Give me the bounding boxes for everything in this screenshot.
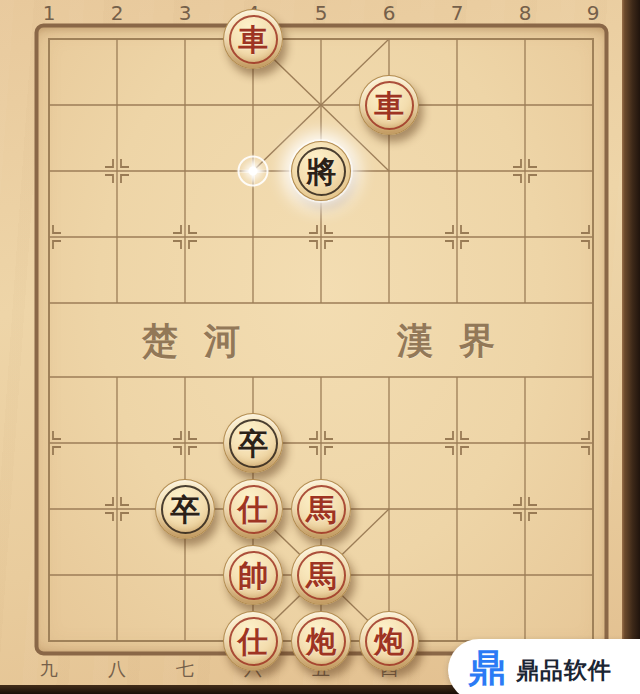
piece-red-advisor-1[interactable]: 仕: [223, 479, 283, 539]
piece-black-soldier-1[interactable]: 卒: [223, 413, 283, 473]
piece-character: 車: [238, 25, 268, 55]
piece-character: 仕: [238, 495, 268, 525]
piece-character: 車: [374, 91, 404, 121]
piece-black-soldier-2[interactable]: 卒: [155, 479, 215, 539]
piece-red-cannon-1[interactable]: 炮: [291, 611, 351, 671]
piece-red-advisor-2[interactable]: 仕: [223, 611, 283, 671]
dingpin-watermark-text: 鼎品软件: [516, 655, 612, 686]
dingpin-watermark: 鼎 鼎品软件: [448, 639, 640, 694]
dingpin-logo-icon: 鼎: [468, 649, 506, 687]
piece-red-chariot-1[interactable]: 車: [223, 9, 283, 69]
piece-character: 馬: [306, 561, 336, 591]
piece-red-chariot-2[interactable]: 車: [359, 75, 419, 135]
piece-red-cannon-2[interactable]: 炮: [359, 611, 419, 671]
piece-character: 帥: [238, 561, 268, 591]
xiangqi-game-screen: 123456789 九八七六五四三二一 楚河 漢界 車車將卒卒仕馬帥馬仕炮炮 鼎…: [0, 0, 640, 694]
pieces-layer: 車車將卒卒仕馬帥馬仕炮炮: [15, 6, 627, 674]
piece-character: 卒: [170, 495, 200, 525]
piece-character: 馬: [306, 495, 336, 525]
board-edge-left: [0, 0, 20, 694]
piece-red-horse-2[interactable]: 馬: [291, 545, 351, 605]
piece-character: 炮: [306, 627, 336, 657]
piece-character: 炮: [374, 627, 404, 657]
piece-character: 卒: [238, 429, 268, 459]
piece-character: 將: [306, 157, 336, 187]
piece-black-general[interactable]: 將: [291, 141, 351, 201]
piece-character: 仕: [238, 627, 268, 657]
piece-red-general[interactable]: 帥: [223, 545, 283, 605]
piece-red-horse-1[interactable]: 馬: [291, 479, 351, 539]
board-edge-right: [622, 0, 640, 694]
